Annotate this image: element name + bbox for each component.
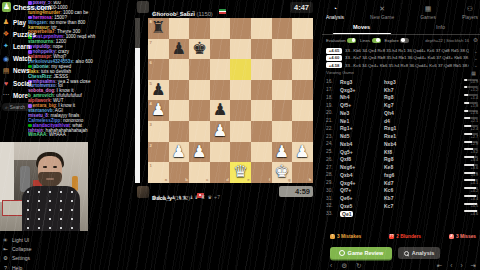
move-row: 18. Nh4 Rg8 +1.4 — [326, 94, 478, 102]
analysis-button[interactable]: Analysis — [398, 247, 440, 259]
chess-board[interactable]: 8♜7♟♚65♟4♟♟3♟2♟♟♟♟1abcde♛fg♚h — [148, 18, 313, 183]
summary-mark-icon: ! — [330, 234, 335, 239]
subtab-moves[interactable]: Moves — [322, 23, 401, 34]
square-e4[interactable] — [230, 100, 251, 121]
move-number: 17. — [326, 87, 340, 92]
square-f3[interactable] — [251, 121, 272, 142]
tab-label: Games — [420, 15, 435, 20]
engine-eval-badge: +4.65 — [326, 48, 342, 54]
magnifier-icon — [404, 251, 409, 256]
square-c6[interactable] — [189, 59, 210, 80]
sidebar-item-puzzles[interactable]: ❖ Puzzles — [2, 28, 36, 40]
eval-number: +1.8 — [471, 105, 479, 109]
black-move[interactable]: Rg8 — [384, 156, 428, 162]
move-row: 20. Ne3 Qh4 +1.6 — [326, 109, 478, 117]
search-input[interactable]: ⌕ Search — [2, 103, 35, 111]
square-e2[interactable] — [230, 142, 251, 163]
tab-label: New Game — [370, 15, 394, 20]
square-a8[interactable]: 8♜ — [148, 18, 169, 39]
black-pawn[interactable]: ♟ — [148, 80, 169, 101]
square-b1[interactable]: b — [169, 162, 190, 183]
square-e5[interactable] — [230, 80, 251, 101]
black-move[interactable]: fxg6 — [384, 172, 428, 178]
black-move[interactable]: Kc7 — [384, 203, 428, 209]
analysis-label: Analysis — [412, 250, 435, 256]
black-move[interactable]: d4 — [384, 118, 428, 124]
chat-username[interactable]: WinAAA — [28, 132, 46, 137]
square-c2[interactable]: ♟ — [189, 142, 210, 163]
sidebar-item-social[interactable]: ♥ Social — [2, 77, 36, 89]
summary-label: 3 Misses — [456, 234, 476, 239]
square-a6[interactable]: 6 — [148, 59, 169, 80]
chat-text: : WHAAA — [46, 132, 65, 137]
white-move[interactable]: Qf7+ — [340, 187, 384, 193]
square-a1[interactable]: 1a — [148, 162, 169, 183]
square-d6[interactable] — [210, 59, 231, 80]
move-number: 25. — [326, 149, 340, 154]
move-row: 16. Rxg3 hxg3 +0.9 — [326, 78, 478, 86]
move-eval: +4.4 — [452, 195, 478, 201]
toggle-switch[interactable] — [347, 38, 356, 43]
flip-board-icon[interactable]: ↻ — [356, 262, 361, 269]
file-label: d — [226, 177, 229, 182]
square-d8[interactable] — [210, 18, 231, 39]
summary-mark-icon: ✗ — [449, 234, 454, 239]
sidebar-item-more[interactable]: ⋯ More — [2, 89, 36, 101]
move-number: 30. — [326, 188, 340, 193]
next-move-icon[interactable]: › — [460, 262, 462, 269]
black-rook[interactable]: ♜ — [148, 18, 169, 39]
square-g4[interactable] — [272, 100, 293, 121]
black-move[interactable]: Ke8 — [384, 164, 428, 170]
move-eval: +4.5 — [452, 203, 478, 209]
toggle-label: Lines — [360, 38, 370, 43]
evaluation-bar — [135, 18, 140, 183]
collapse-icon: ⇤ — [2, 246, 9, 252]
summary-label: 3 Mistakes — [337, 234, 361, 239]
light-ui-icon: ☀ — [2, 237, 9, 243]
square-g5[interactable] — [272, 80, 293, 101]
footer-item-settings[interactable]: ⚙ Settings — [2, 254, 31, 263]
square-c5[interactable] — [189, 80, 210, 101]
toggle-switch[interactable] — [400, 38, 409, 43]
white-move[interactable]: Qxg3+ — [340, 87, 384, 93]
move-eval: +2.1 — [452, 117, 478, 123]
white-pawn[interactable]: ♟ — [292, 142, 313, 163]
square-b3[interactable] — [169, 121, 190, 142]
footer-item-label: Settings — [12, 255, 30, 261]
square-e3[interactable] — [230, 121, 251, 142]
square-f7[interactable] — [251, 39, 272, 60]
bottom-captured-pieces: ♟♟♟♟♟ ♞♞ ♝♝ ♜ ♛ +7 — [152, 194, 220, 200]
move-row: 33. Qe1 +4.6 — [326, 210, 478, 218]
square-a2[interactable]: 2 — [148, 142, 169, 163]
square-c3[interactable] — [189, 121, 210, 142]
summary-label: 2 Blunders — [396, 234, 421, 239]
sidebar-item-label: Play — [13, 19, 26, 26]
eval-number: +4.2 — [471, 190, 479, 194]
news-icon: ▤ — [2, 67, 10, 75]
chesscom-pawn-icon: ♟ — [2, 2, 11, 12]
square-c7[interactable]: ♚ — [189, 39, 210, 60]
black-move[interactable]: Kh7 — [384, 87, 428, 93]
square-d3[interactable]: ♟ — [210, 121, 231, 142]
rank-label: 6 — [150, 60, 152, 65]
engine-toggles: Evaluation Lines Explore depth=22 | Stoc… — [326, 37, 478, 43]
toggle-evaluation[interactable]: Evaluation — [326, 38, 356, 43]
sidebar-item-label: Learn — [13, 43, 30, 50]
material-advantage: +7 — [214, 194, 220, 200]
sidebar-item-watch[interactable]: ◉ Watch — [2, 53, 36, 65]
square-d2[interactable] — [210, 142, 231, 163]
eval-number: +3.2 — [471, 151, 479, 155]
tab-games[interactable]: ▦ Games — [420, 5, 435, 20]
white-move[interactable]: Qf5+ — [340, 102, 384, 108]
square-d4[interactable]: ♟ — [210, 100, 231, 121]
viewing-game-label: Viewing Game — [326, 70, 354, 76]
chevron-down-icon[interactable]: ⌄ — [474, 55, 478, 61]
eval-number: +2.7 — [471, 136, 479, 140]
move-row: 17. Qxg3+ Kh7 +1.2 — [326, 86, 478, 94]
square-f2[interactable] — [251, 142, 272, 163]
square-g2[interactable]: ♟ — [272, 142, 293, 163]
eval-number: +2.4 — [471, 128, 479, 132]
square-c1[interactable]: c — [189, 162, 210, 183]
game-summary: ! 3 Mistakes?? 2 Blunders✗ 3 Misses — [330, 234, 476, 239]
footer-item-collapse[interactable]: ⇤ Collapse — [2, 244, 31, 253]
white-pawn[interactable]: ♟ — [169, 142, 190, 163]
square-h3[interactable] — [292, 121, 313, 142]
move-eval: +3.2 — [452, 148, 478, 154]
last-move-icon[interactable]: ⇥ — [471, 262, 476, 269]
black-move[interactable]: Kc6 — [384, 187, 428, 193]
white-move[interactable]: Qe1 — [340, 211, 384, 217]
square-e7[interactable] — [230, 39, 251, 60]
square-d5[interactable] — [210, 80, 231, 101]
webcam-window — [0, 142, 14, 202]
sidebar-footer: ☀ Light UI⇤ Collapse⚙ Settings? Help — [2, 235, 31, 270]
white-move[interactable]: Qxe5 — [340, 203, 384, 209]
move-number: 24. — [326, 141, 340, 146]
watch-icon: ◉ — [2, 55, 10, 63]
subtab-info[interactable]: Info — [401, 23, 480, 34]
move-row: 26. Qxf8 Rg8 +3.4 — [326, 156, 478, 164]
move-number: 21. — [326, 118, 340, 123]
square-a3[interactable]: 3 — [148, 121, 169, 142]
settings-icon: ⚙ — [2, 255, 9, 261]
square-h4[interactable] — [292, 100, 313, 121]
white-move[interactable]: Ne3 — [340, 110, 384, 116]
top-captured-pieces: ♙♙ ♘♘ ♗♗ ♖♖ — [152, 10, 196, 16]
bottom-player-avatar[interactable] — [137, 186, 149, 198]
white-move[interactable]: Rxg3 — [340, 79, 384, 85]
eval-number: +3.6 — [471, 167, 479, 171]
sidebar-item-label: News — [13, 67, 29, 74]
square-h6[interactable] — [292, 59, 313, 80]
footer-item-help[interactable]: ? Help — [2, 263, 31, 270]
rank-label: 1 — [150, 163, 152, 168]
eval-number: +4.1 — [471, 182, 479, 186]
engine-line[interactable]: +4.65 33...Kb6 34.Qe4 Rc8 35.h4 Rc1 36.Q… — [326, 47, 478, 54]
move-number: 31. — [326, 196, 340, 201]
engine-line-moves: 33...Kb6 34.Qe4 Rc8 35.h4 Rc1 36.Qxd4+ K… — [345, 48, 469, 53]
engine-line[interactable]: +4.58 33...Kc6 34.Qe4+ Kb6 35.h4 Rc8 36.… — [326, 62, 478, 69]
square-h2[interactable]: ♟ — [292, 142, 313, 163]
black-move[interactable]: Qh4 — [384, 110, 428, 116]
move-eval: +3.4 — [452, 156, 478, 162]
square-h8[interactable] — [292, 18, 313, 39]
sidebar-item-label: Social — [13, 80, 32, 87]
square-e6[interactable] — [230, 59, 251, 80]
move-row: 22. Rg1+ Rxg1 +2.4 — [326, 125, 478, 133]
board-grid-icon[interactable]: ▦ — [471, 70, 476, 76]
black-move[interactable]: Kd7 — [384, 180, 428, 186]
white-move[interactable]: Rg1+ — [340, 125, 384, 131]
streamer-eye — [43, 166, 47, 168]
white-move[interactable]: Nxb4 — [340, 141, 384, 147]
learn-icon: ✦ — [2, 42, 10, 50]
square-g8[interactable] — [272, 18, 293, 39]
move-eval: +1.4 — [452, 94, 478, 100]
move-eval: +2.7 — [452, 133, 478, 139]
white-pawn[interactable]: ♟ — [148, 100, 169, 121]
settings-icon[interactable]: ⚙ — [341, 262, 347, 269]
tab-players[interactable]: ⚇ Players — [462, 5, 478, 20]
eval-number: +4.5 — [471, 205, 479, 209]
engine-eval-badge: +4.60 — [326, 55, 342, 61]
sidebar-item-label: More — [13, 92, 28, 99]
summary-mistakes[interactable]: ! 3 Mistakes — [330, 234, 361, 239]
tab-label: Analysis — [326, 15, 344, 20]
chat-overlay[interactable]: pixely_5: 900brodzka: 600-1000tuning4mur… — [28, 1, 132, 139]
divider — [322, 34, 480, 35]
eval-number: +2.1 — [471, 120, 479, 124]
move-eval: +0.9 — [452, 79, 478, 85]
square-g7[interactable] — [272, 39, 293, 60]
sidebar-item-label: Puzzles — [13, 31, 36, 38]
more-icon: ⋯ — [2, 91, 10, 99]
square-c8[interactable] — [189, 18, 210, 39]
square-e1[interactable]: e♛ — [230, 162, 251, 183]
square-f4[interactable] — [251, 100, 272, 121]
toggle-label: Explore — [385, 38, 399, 43]
move-number: 16. — [326, 79, 340, 84]
white-move[interactable]: Nd5 — [340, 133, 384, 139]
move-row: 31. Qe6+ Kb7 +4.4 — [326, 194, 478, 202]
white-pawn[interactable]: ♟ — [210, 121, 231, 142]
white-move[interactable]: Qxf8 — [340, 156, 384, 162]
square-a4[interactable]: 4♟ — [148, 100, 169, 121]
square-f1[interactable]: f — [251, 162, 272, 183]
tab-label: Players — [462, 15, 478, 20]
streamer-eye — [53, 166, 57, 168]
square-b8[interactable] — [169, 18, 190, 39]
square-f8[interactable] — [251, 18, 272, 39]
summary-blunders[interactable]: ?? 2 Blunders — [389, 234, 421, 239]
move-eval: +2.9 — [452, 141, 478, 147]
chevron-down-icon[interactable]: ⌄ — [474, 48, 478, 54]
review-target-icon — [339, 250, 345, 256]
engine-line-moves: 33...Ka7 34.Qe4 Rb8 35.h4 Rb1 36.Qxd4+ K… — [345, 55, 469, 60]
eval-number: +4.6 — [471, 213, 479, 217]
move-number: 27. — [326, 165, 340, 170]
footer-item-label: Light UI — [12, 237, 29, 243]
top-player-rating: (1150) — [196, 11, 212, 17]
engine-line-moves: 33...Kc6 34.Qe4+ Kb6 35.h4 Rc8 36.Qxd4+ … — [345, 63, 469, 68]
square-b4[interactable] — [169, 100, 190, 121]
move-eval: +1.2 — [452, 86, 478, 92]
help-icon: ? — [2, 265, 9, 270]
play-icon: ♟ — [2, 18, 10, 26]
white-move[interactable]: Qe6+ — [340, 195, 384, 201]
chat-text: : 1000 reqd ehh — [63, 34, 95, 39]
eval-number: +1.4 — [471, 97, 479, 101]
tab-analysis[interactable]: ◔ Analysis — [326, 5, 344, 20]
chat-text: : also 600 — [73, 59, 93, 64]
black-move[interactable]: Kg7 — [384, 102, 428, 108]
puzzles-icon: ❖ — [2, 30, 10, 38]
playback-controls: ‹⚙↻ ⇤‹›⇥ — [330, 262, 476, 269]
analysis-panel: ◔ Analysis✕ New Game▦ Games⚇ Players Mov… — [322, 0, 480, 270]
square-b7[interactable]: ♟ — [169, 39, 190, 60]
toggle-explore[interactable]: Explore — [385, 38, 410, 43]
eval-number: +3.4 — [471, 159, 479, 163]
move-eval: +4.2 — [452, 187, 478, 193]
square-c4[interactable] — [189, 100, 210, 121]
file-label: f — [269, 177, 270, 182]
search-placeholder: Search — [10, 105, 25, 110]
chesscom-logo-text: Chess.com — [13, 3, 51, 12]
move-row: 27. Nxg6+ Ke8 +3.6 — [326, 163, 478, 171]
eval-number: +3.9 — [471, 174, 479, 178]
white-move[interactable]: Qxg4+ — [340, 180, 384, 186]
streamer-shirt — [22, 186, 80, 231]
move-row: 28. Qxb4 fxg6 +3.9 — [326, 171, 478, 179]
move-list[interactable]: 16. Rxg3 hxg3 +0.917. Qxg3+ Kh7 +1.218. … — [326, 78, 478, 218]
black-move[interactable]: Rg8 — [384, 94, 428, 100]
white-pawn[interactable]: ♟ — [189, 142, 210, 163]
panel-subtabs: MovesInfo — [322, 23, 480, 34]
square-h7[interactable] — [292, 39, 313, 60]
black-clock: 4:47 — [290, 2, 313, 13]
square-a5[interactable]: 5♟ — [148, 80, 169, 101]
white-move[interactable]: Ne1 — [340, 118, 384, 124]
footer-item-label: Collapse — [12, 246, 31, 252]
analysis-icon: ◔ — [333, 5, 337, 13]
black-move[interactable]: Rxg1 — [384, 125, 428, 131]
white-pawn[interactable]: ♟ — [272, 142, 293, 163]
square-f6[interactable] — [251, 59, 272, 80]
rank-label: 7 — [150, 40, 152, 45]
square-h5[interactable] — [292, 80, 313, 101]
eval-number: +0.9 — [471, 81, 479, 85]
new-game-icon: ✕ — [379, 5, 385, 13]
move-number: 29. — [326, 180, 340, 185]
toggle-switch[interactable] — [372, 38, 381, 43]
white-move[interactable]: Nh4 — [340, 94, 384, 100]
first-move-icon[interactable]: ⇤ — [437, 262, 442, 269]
chat-message: WinAAA: WHAAA — [28, 133, 132, 138]
move-row: 30. Qf7+ Kc6 +4.2 — [326, 187, 478, 195]
engine-line[interactable]: +4.60 33...Ka7 34.Qe4 Rb8 35.h4 Rb1 36.Q… — [326, 54, 478, 61]
webcam-feed — [0, 142, 88, 231]
eval-number: +4.4 — [471, 198, 479, 202]
move-number: 23. — [326, 134, 340, 139]
sidebar-item-learn[interactable]: ✦ Learn — [2, 40, 36, 52]
eval-number: +2.9 — [471, 143, 479, 147]
square-h1[interactable]: h — [292, 162, 313, 183]
black-move[interactable]: Kb7 — [384, 195, 428, 201]
footer-item-light-ui[interactable]: ☀ Light UI — [2, 235, 31, 244]
back-icon[interactable]: ‹ — [330, 262, 332, 269]
prev-move-icon[interactable]: ‹ — [450, 262, 452, 269]
square-b2[interactable]: ♟ — [169, 142, 190, 163]
engine-eval-badge: +4.58 — [326, 62, 342, 68]
square-e8[interactable] — [230, 18, 251, 39]
eval-number: +1.2 — [471, 89, 479, 93]
move-eval: +3.9 — [452, 172, 478, 178]
file-label: h — [309, 177, 312, 182]
move-number: 20. — [326, 110, 340, 115]
square-f5[interactable] — [251, 80, 272, 101]
square-g3[interactable] — [272, 121, 293, 142]
summary-misses[interactable]: ✗ 3 Misses — [449, 234, 476, 239]
rank-label: 2 — [150, 143, 152, 148]
rank-label: 3 — [150, 122, 152, 127]
tab-new-game[interactable]: ✕ New Game — [370, 5, 394, 20]
white-move[interactable]: Nxg6+ — [340, 164, 384, 170]
square-b5[interactable] — [169, 80, 190, 101]
toggle-label: Evaluation — [326, 38, 346, 43]
toggle-lines[interactable]: Lines — [360, 38, 381, 43]
chesscom-logo[interactable]: ♟ Chess.com — [2, 2, 51, 12]
move-number: 18. — [326, 95, 340, 100]
square-g6[interactable] — [272, 59, 293, 80]
square-d1[interactable]: d — [210, 162, 231, 183]
sidebar-nav: ♟ Play❖ Puzzles✦ Learn◉ Watch▤ News♥ Soc… — [2, 16, 36, 101]
black-pawn[interactable]: ♟ — [169, 39, 190, 60]
sidebar-item-news[interactable]: ▤ News — [2, 65, 36, 77]
black-pawn[interactable]: ♟ — [210, 100, 231, 121]
sidebar-item-label: Watch — [13, 55, 32, 62]
square-b6[interactable] — [169, 59, 190, 80]
white-move[interactable]: Qxb4 — [340, 172, 384, 178]
square-g1[interactable]: g♚ — [272, 162, 293, 183]
black-move[interactable]: Rxe1 — [384, 133, 428, 139]
square-d7[interactable] — [210, 39, 231, 60]
game-review-button[interactable]: Game Review — [330, 247, 392, 259]
engine-lines: +4.65 33...Kb6 34.Qe4 Rc8 35.h4 Rc1 36.Q… — [326, 47, 478, 69]
black-king[interactable]: ♚ — [189, 39, 210, 60]
black-move[interactable]: Kf8 — [384, 149, 428, 155]
black-move[interactable]: hxg3 — [384, 79, 428, 85]
move-eval: +4.1 — [452, 179, 478, 185]
move-row: 29. Qxg4+ Kd7 +4.1 — [326, 179, 478, 187]
black-move[interactable]: Nxb4 — [384, 141, 428, 147]
white-move[interactable]: Qg5+ — [340, 149, 384, 155]
white-king[interactable]: ♚ — [272, 162, 293, 183]
white-clock: 4:59 — [279, 186, 313, 197]
square-a7[interactable]: 7 — [148, 39, 169, 60]
social-icon: ♥ — [2, 80, 10, 87]
chevron-down-icon[interactable]: ⌄ — [474, 62, 478, 68]
sidebar-item-play[interactable]: ♟ Play — [2, 16, 36, 28]
top-player-avatar[interactable] — [137, 1, 149, 13]
viewing-game-row: Viewing Game ▦ — [326, 70, 476, 76]
engine-settings-gear-icon[interactable]: ⚙ — [473, 37, 478, 43]
eval-number: +1.6 — [471, 112, 479, 116]
white-queen[interactable]: ♛ — [230, 162, 251, 183]
